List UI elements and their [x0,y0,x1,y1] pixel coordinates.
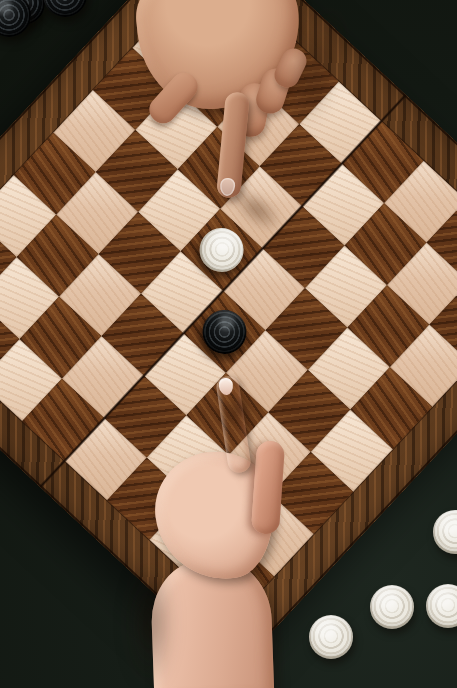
tray-checker-white[interactable] [309,615,353,659]
tray-checker-white[interactable] [426,584,457,628]
tray-checker-white[interactable] [433,510,457,554]
tray-checker-black[interactable] [43,0,87,17]
checkerboard [0,0,457,670]
tray-checker-white[interactable] [370,585,414,629]
tray-checker-black[interactable] [0,0,31,37]
photo-scene [0,0,457,688]
board-grid [0,0,457,619]
